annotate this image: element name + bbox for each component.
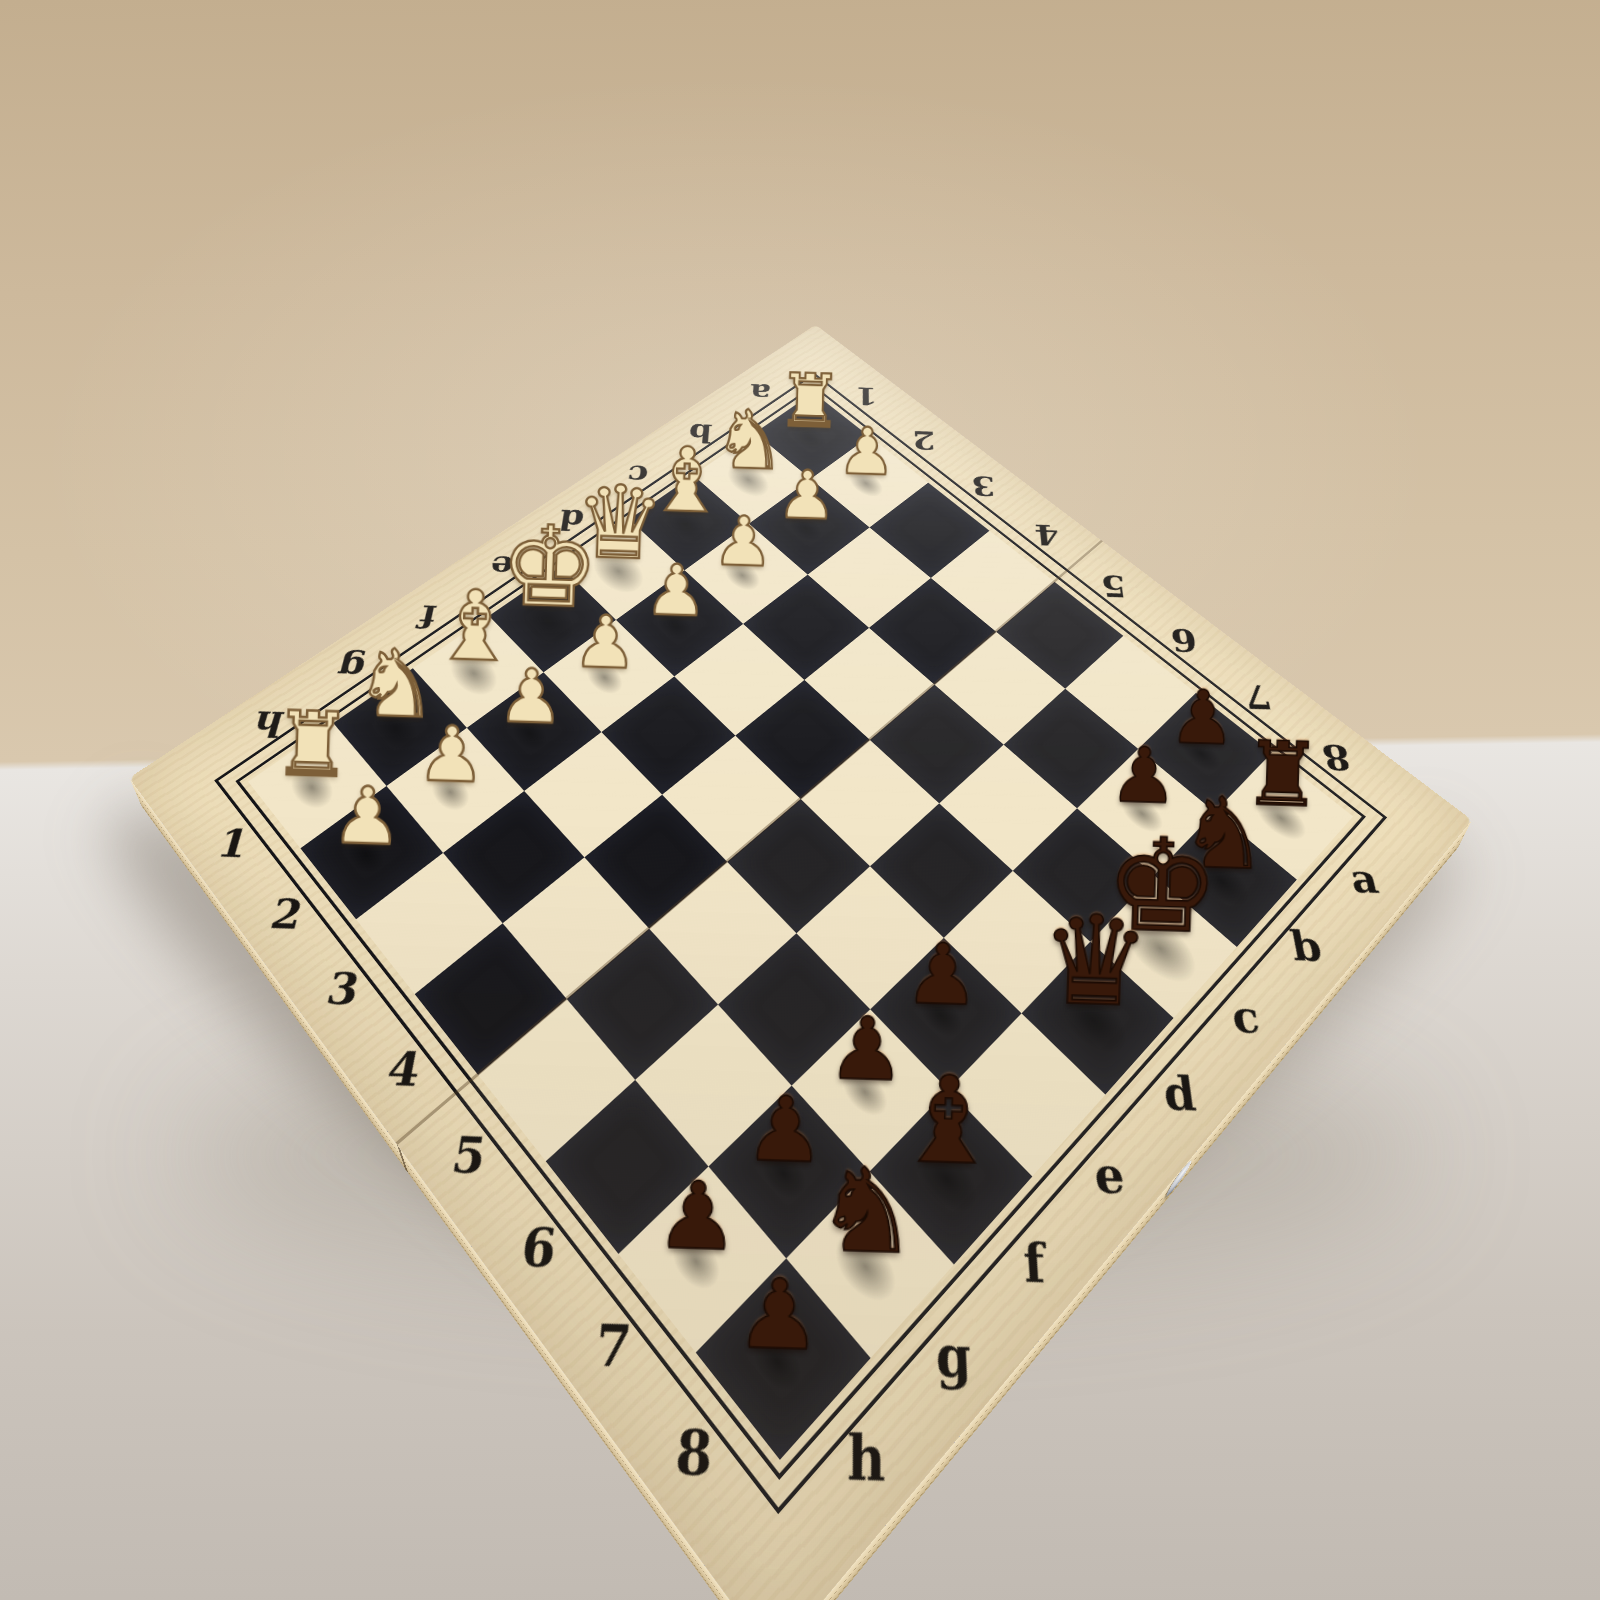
coordinate-label: d — [556, 504, 586, 537]
chess-board[interactable]: 11aa22bb33cc44dd55ee66ff77gg88hh ♜♞♝♛♚♝♞… — [129, 325, 1472, 1600]
coordinate-label: b — [687, 418, 713, 448]
photo-stage: 11aa22bb33cc44dd55ee66ff77gg88hh ♜♞♝♛♚♝♞… — [0, 0, 1600, 1600]
pawn-glyph: ♟ — [1108, 739, 1179, 813]
coordinate-label: 5 — [1099, 569, 1128, 604]
pawn-glyph: ♟ — [837, 420, 897, 483]
coordinate-label: 2 — [912, 425, 936, 455]
pawn-glyph: ♟ — [416, 717, 487, 791]
pawn-glyph: ♟ — [655, 1171, 741, 1262]
pawn-glyph: ♟ — [1169, 682, 1238, 754]
pawn-glyph: ♟ — [776, 463, 837, 528]
pawn-glyph: ♟ — [904, 934, 982, 1016]
coordinate-label: 4 — [1033, 518, 1060, 551]
knight-glyph: ♞ — [813, 1154, 920, 1267]
pawn-glyph: ♟ — [712, 508, 775, 575]
pawn-glyph: ♟ — [744, 1087, 827, 1175]
pawn-glyph: ♟ — [572, 607, 639, 677]
board-top-face: 11aa22bb33cc44dd55ee66ff77gg88hh ♜♞♝♛♚♝♞… — [129, 325, 1472, 1600]
pawn-glyph: ♟ — [644, 556, 709, 624]
coordinate-label: 3 — [971, 471, 997, 503]
pawn-glyph: ♟ — [734, 1268, 823, 1362]
coordinate-label: a — [749, 379, 772, 408]
pawn-glyph: ♟ — [496, 661, 565, 733]
coordinate-label: c — [625, 460, 650, 491]
coordinate-label: 1 — [855, 382, 878, 411]
queen-glyph: ♛ — [1038, 901, 1152, 1022]
pawn-glyph: ♟ — [331, 778, 404, 855]
